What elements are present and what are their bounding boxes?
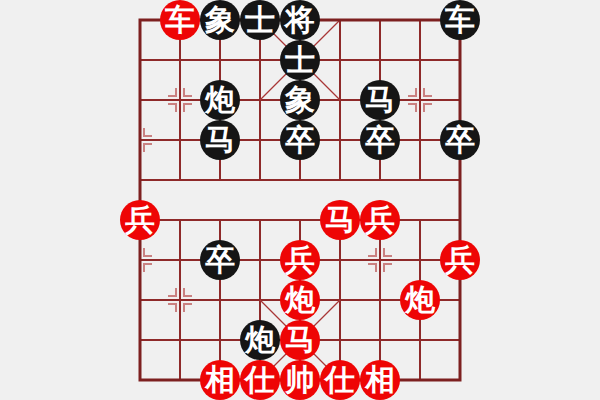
piece-black-general[interactable]: 将 xyxy=(280,0,320,40)
piece-black-chariot[interactable]: 车 xyxy=(440,0,480,40)
piece-black-horse[interactable]: 马 xyxy=(200,120,240,160)
piece-red-soldier[interactable]: 兵 xyxy=(120,200,160,240)
pieces-layer: 车象士将车士炮象马马卒卒卒兵马兵卒兵兵炮炮炮马相仕帅仕相 xyxy=(0,0,600,400)
piece-black-cannon[interactable]: 炮 xyxy=(240,320,280,360)
piece-red-soldier[interactable]: 兵 xyxy=(360,200,400,240)
piece-black-cannon[interactable]: 炮 xyxy=(200,80,240,120)
piece-black-horse[interactable]: 马 xyxy=(360,80,400,120)
piece-red-cannon[interactable]: 炮 xyxy=(280,280,320,320)
piece-red-horse[interactable]: 马 xyxy=(320,200,360,240)
piece-red-advisor[interactable]: 仕 xyxy=(320,360,360,400)
piece-black-soldier[interactable]: 卒 xyxy=(440,120,480,160)
piece-black-elephant[interactable]: 象 xyxy=(280,80,320,120)
piece-black-advisor[interactable]: 士 xyxy=(280,40,320,80)
piece-red-advisor[interactable]: 仕 xyxy=(240,360,280,400)
piece-black-soldier[interactable]: 卒 xyxy=(360,120,400,160)
piece-black-soldier[interactable]: 卒 xyxy=(280,120,320,160)
piece-red-horse[interactable]: 马 xyxy=(280,320,320,360)
piece-black-soldier[interactable]: 卒 xyxy=(200,240,240,280)
piece-black-advisor[interactable]: 士 xyxy=(240,0,280,40)
piece-red-cannon[interactable]: 炮 xyxy=(400,280,440,320)
piece-red-general[interactable]: 帅 xyxy=(280,360,320,400)
piece-red-soldier[interactable]: 兵 xyxy=(440,240,480,280)
piece-red-elephant[interactable]: 相 xyxy=(200,360,240,400)
piece-red-elephant[interactable]: 相 xyxy=(360,360,400,400)
piece-red-soldier[interactable]: 兵 xyxy=(280,240,320,280)
piece-black-elephant[interactable]: 象 xyxy=(200,0,240,40)
piece-red-chariot[interactable]: 车 xyxy=(160,0,200,40)
xiangqi-board[interactable]: 车象士将车士炮象马马卒卒卒兵马兵卒兵兵炮炮炮马相仕帅仕相 xyxy=(0,0,600,400)
